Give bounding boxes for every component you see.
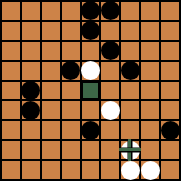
cell-r9c4[interactable] [62,161,80,179]
cell-r1c2[interactable] [22,2,40,20]
cell-r1c9[interactable] [161,2,179,20]
cell-r1c6[interactable] [101,2,119,20]
cell-r7c4[interactable] [62,121,80,139]
cell-r5c7[interactable] [121,82,139,100]
cell-r7c7[interactable] [121,121,139,139]
cell-r1c4[interactable] [62,2,80,20]
cell-r5c9[interactable] [161,82,179,100]
cell-r3c5[interactable] [82,42,100,60]
cell-r3c7[interactable] [121,42,139,60]
cell-r1c7[interactable] [121,2,139,20]
cell-r2c1[interactable] [2,22,20,40]
cell-r3c3[interactable] [42,42,60,60]
cell-r5c4[interactable] [62,82,80,100]
cell-r8c4[interactable] [62,141,80,159]
cell-r6c4[interactable] [62,101,80,119]
cell-r2c2[interactable] [22,22,40,40]
cell-r9c7[interactable] [121,161,139,179]
cell-r9c5[interactable] [82,161,100,179]
cell-r4c1[interactable] [2,62,20,80]
black-stone [21,81,40,100]
black-stone [101,41,120,60]
cell-r4c8[interactable] [141,62,159,80]
cell-r1c3[interactable] [42,2,60,20]
cell-r8c6[interactable] [101,141,119,159]
cell-r2c5[interactable] [82,22,100,40]
cell-r7c9[interactable] [161,121,179,139]
cell-r2c9[interactable] [161,22,179,40]
cell-r4c2[interactable] [22,62,40,80]
cell-r6c7[interactable] [121,101,139,119]
cell-r6c8[interactable] [141,101,159,119]
cross-marker-horizontal-bar [119,148,141,153]
black-stone [121,61,140,80]
cell-r1c8[interactable] [141,2,159,20]
cell-r2c3[interactable] [42,22,60,40]
cell-r7c2[interactable] [22,121,40,139]
cell-r5c8[interactable] [141,82,159,100]
cell-r8c2[interactable] [22,141,40,159]
cell-r8c1[interactable] [2,141,20,159]
cell-r7c5[interactable] [82,121,100,139]
cell-r1c1[interactable] [2,2,20,20]
black-stone [161,121,180,140]
white-stone [121,161,140,180]
cell-r3c6[interactable] [101,42,119,60]
black-stone [81,21,100,40]
cell-r6c6[interactable] [101,101,119,119]
cell-r8c9[interactable] [161,141,179,159]
cell-r4c3[interactable] [42,62,60,80]
cell-r8c7[interactable] [121,141,139,159]
black-stone [21,101,40,120]
cell-r3c4[interactable] [62,42,80,60]
cell-r3c8[interactable] [141,42,159,60]
cell-r5c6[interactable] [101,82,119,100]
cell-r6c3[interactable] [42,101,60,119]
cell-r1c5[interactable] [82,2,100,20]
black-stone [81,1,100,20]
cell-r9c9[interactable] [161,161,179,179]
white-stone [141,161,160,180]
cell-r8c8[interactable] [141,141,159,159]
white-stone [101,101,120,120]
cell-r9c1[interactable] [2,161,20,179]
green-highlight-cell-r5c5[interactable] [82,82,100,100]
cell-r2c6[interactable] [101,22,119,40]
cell-r8c5[interactable] [82,141,100,159]
cell-r3c1[interactable] [2,42,20,60]
cross-marker [121,141,139,159]
cell-r4c7[interactable] [121,62,139,80]
black-stone [81,121,100,140]
cell-r8c3[interactable] [42,141,60,159]
cell-r7c8[interactable] [141,121,159,139]
cell-r5c2[interactable] [22,82,40,100]
cell-r2c8[interactable] [141,22,159,40]
cell-r7c6[interactable] [101,121,119,139]
cell-r5c3[interactable] [42,82,60,100]
cell-r2c7[interactable] [121,22,139,40]
black-stone [101,1,120,20]
cell-r4c4[interactable] [62,62,80,80]
cell-r2c4[interactable] [62,22,80,40]
cell-r3c9[interactable] [161,42,179,60]
cell-r4c6[interactable] [101,62,119,80]
cell-r5c1[interactable] [2,82,20,100]
cell-r6c2[interactable] [22,101,40,119]
cell-r9c8[interactable] [141,161,159,179]
cell-r7c1[interactable] [2,121,20,139]
cell-r7c3[interactable] [42,121,60,139]
cell-r9c3[interactable] [42,161,60,179]
cell-r9c6[interactable] [101,161,119,179]
cell-r4c5[interactable] [82,62,100,80]
black-stone [61,61,80,80]
white-stone [81,61,100,80]
cell-r4c9[interactable] [161,62,179,80]
game-board [0,0,181,181]
cell-r6c9[interactable] [161,101,179,119]
cell-r9c2[interactable] [22,161,40,179]
cell-r6c1[interactable] [2,101,20,119]
cell-r6c5[interactable] [82,101,100,119]
cell-r3c2[interactable] [22,42,40,60]
